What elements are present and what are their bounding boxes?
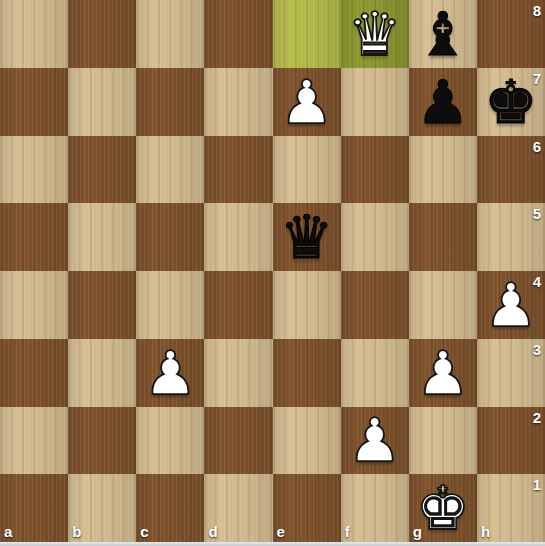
square-h7[interactable]: ♚7	[477, 68, 545, 136]
square-a8[interactable]	[0, 0, 68, 68]
square-h2[interactable]: 2	[477, 407, 545, 475]
piece-white-pawn-h4[interactable]: ♟	[484, 271, 538, 339]
square-g4[interactable]	[409, 271, 477, 339]
square-c7[interactable]	[136, 68, 204, 136]
piece-black-bishop-g8[interactable]: ♝	[416, 0, 470, 68]
piece-black-queen-e5[interactable]: ♛	[280, 203, 334, 271]
square-b8[interactable]	[68, 0, 136, 68]
square-g5[interactable]	[409, 203, 477, 271]
square-e5[interactable]: ♛	[273, 203, 341, 271]
square-h6[interactable]: 6	[477, 136, 545, 204]
piece-black-pawn-g7[interactable]: ♟	[416, 68, 470, 136]
piece-black-king-h7[interactable]: ♚	[484, 68, 538, 136]
square-f4[interactable]	[341, 271, 409, 339]
square-a2[interactable]	[0, 407, 68, 475]
square-b2[interactable]	[68, 407, 136, 475]
square-c2[interactable]	[136, 407, 204, 475]
square-c6[interactable]	[136, 136, 204, 204]
square-e7[interactable]: ♟	[273, 68, 341, 136]
square-a4[interactable]	[0, 271, 68, 339]
square-b5[interactable]	[68, 203, 136, 271]
file-label-a: a	[4, 523, 12, 540]
square-d6[interactable]	[204, 136, 272, 204]
square-d2[interactable]	[204, 407, 272, 475]
square-a6[interactable]	[0, 136, 68, 204]
square-c5[interactable]	[136, 203, 204, 271]
square-e6[interactable]	[273, 136, 341, 204]
square-h3[interactable]: 3	[477, 339, 545, 407]
square-f6[interactable]	[341, 136, 409, 204]
square-h5[interactable]: 5	[477, 203, 545, 271]
piece-white-pawn-c3[interactable]: ♟	[143, 339, 197, 407]
square-f2[interactable]: ♟	[341, 407, 409, 475]
square-d1[interactable]: d	[204, 474, 272, 542]
square-h8[interactable]: 8	[477, 0, 545, 68]
page-background-strip	[0, 542, 545, 546]
square-b1[interactable]: b	[68, 474, 136, 542]
file-label-e: e	[277, 523, 285, 540]
square-e1[interactable]: e	[273, 474, 341, 542]
piece-white-queen-f8[interactable]: ♛	[348, 0, 402, 68]
square-f7[interactable]	[341, 68, 409, 136]
rank-label-5: 5	[533, 205, 541, 222]
square-f8[interactable]: ♛	[341, 0, 409, 68]
square-a7[interactable]	[0, 68, 68, 136]
square-d8[interactable]	[204, 0, 272, 68]
square-e8[interactable]	[273, 0, 341, 68]
square-c3[interactable]: ♟	[136, 339, 204, 407]
square-b3[interactable]	[68, 339, 136, 407]
square-e4[interactable]	[273, 271, 341, 339]
square-d4[interactable]	[204, 271, 272, 339]
square-h1[interactable]: 1h	[477, 474, 545, 542]
square-g7[interactable]: ♟	[409, 68, 477, 136]
square-h4[interactable]: ♟4	[477, 271, 545, 339]
piece-white-king-g1[interactable]: ♚	[416, 474, 470, 542]
rank-label-8: 8	[533, 2, 541, 19]
rank-label-6: 6	[533, 138, 541, 155]
square-g3[interactable]: ♟	[409, 339, 477, 407]
chess-app-page: ♛♝8♟♟♚76♛5♟4♟♟3♟2abcdef♚g1h	[0, 0, 545, 546]
square-g1[interactable]: ♚g	[409, 474, 477, 542]
file-label-f: f	[345, 523, 350, 540]
file-label-c: c	[140, 523, 148, 540]
square-f1[interactable]: f	[341, 474, 409, 542]
square-c1[interactable]: c	[136, 474, 204, 542]
rank-label-3: 3	[533, 341, 541, 358]
square-b6[interactable]	[68, 136, 136, 204]
file-label-h: h	[481, 523, 490, 540]
square-a3[interactable]	[0, 339, 68, 407]
square-e2[interactable]	[273, 407, 341, 475]
square-d7[interactable]	[204, 68, 272, 136]
square-f5[interactable]	[341, 203, 409, 271]
square-g8[interactable]: ♝	[409, 0, 477, 68]
file-label-d: d	[208, 523, 217, 540]
square-g2[interactable]	[409, 407, 477, 475]
square-c8[interactable]	[136, 0, 204, 68]
square-b4[interactable]	[68, 271, 136, 339]
piece-white-pawn-e7[interactable]: ♟	[280, 68, 334, 136]
piece-white-pawn-g3[interactable]: ♟	[416, 339, 470, 407]
square-a1[interactable]: a	[0, 474, 68, 542]
square-b7[interactable]	[68, 68, 136, 136]
square-e3[interactable]	[273, 339, 341, 407]
rank-label-2: 2	[533, 409, 541, 426]
file-label-b: b	[72, 523, 81, 540]
square-g6[interactable]	[409, 136, 477, 204]
square-c4[interactable]	[136, 271, 204, 339]
rank-label-1: 1	[533, 476, 541, 493]
chess-board: ♛♝8♟♟♚76♛5♟4♟♟3♟2abcdef♚g1h	[0, 0, 545, 542]
square-a5[interactable]	[0, 203, 68, 271]
piece-white-pawn-f2[interactable]: ♟	[348, 407, 402, 475]
square-f3[interactable]	[341, 339, 409, 407]
square-d5[interactable]	[204, 203, 272, 271]
square-d3[interactable]	[204, 339, 272, 407]
